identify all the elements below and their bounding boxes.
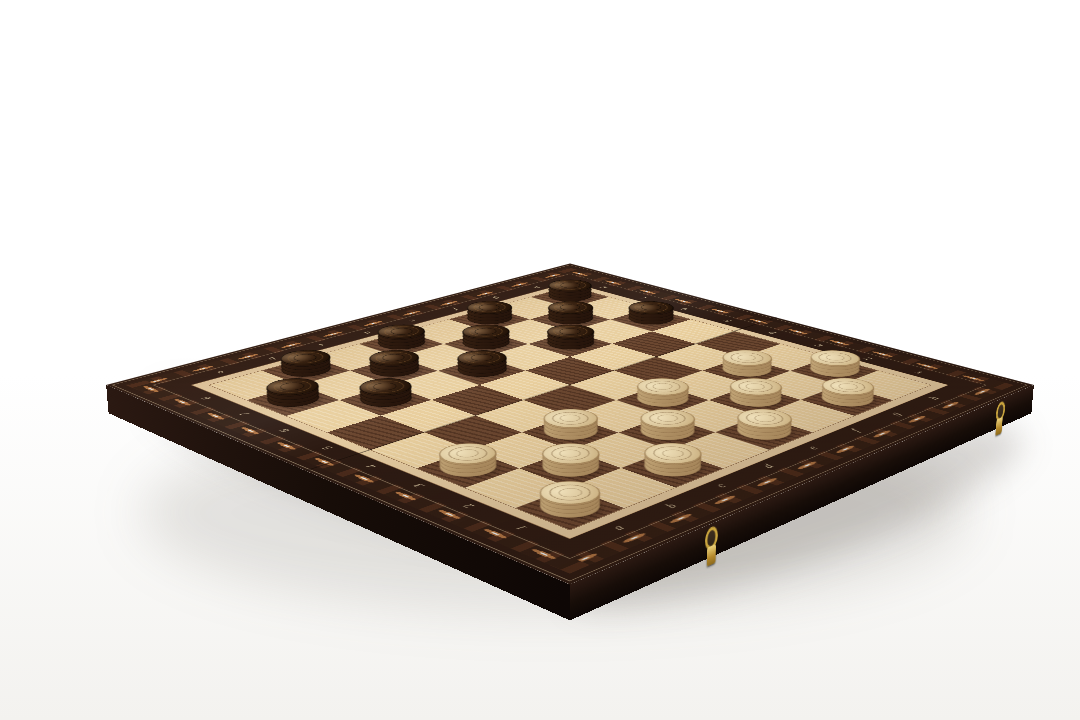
clasp-plate bbox=[706, 544, 715, 567]
clasp-plate bbox=[996, 417, 1003, 436]
rank-label-right-1: 1 bbox=[891, 363, 947, 382]
piece-dark-d6[interactable] bbox=[448, 360, 517, 382]
board: abcdefgh abcdefgh 87654321 87654321 bbox=[106, 264, 1034, 585]
brass-clasp bbox=[994, 400, 1006, 440]
scene: abcdefgh abcdefgh 87654321 87654321 bbox=[0, 0, 1080, 720]
photo-canvas: abcdefgh abcdefgh 87654321 87654321 bbox=[0, 0, 1080, 720]
piece-light-g1[interactable] bbox=[811, 388, 883, 412]
brass-clasp bbox=[704, 524, 718, 572]
